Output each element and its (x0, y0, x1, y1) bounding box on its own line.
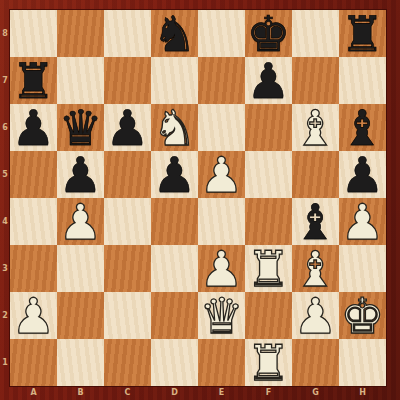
square-c1[interactable] (104, 339, 151, 386)
rank-label-8: 8 (0, 10, 10, 57)
square-g8[interactable] (292, 10, 339, 57)
square-g1[interactable] (292, 339, 339, 386)
white-king-h2[interactable]: ♚ (339, 292, 386, 339)
square-e7[interactable] (198, 57, 245, 104)
square-b8[interactable] (57, 10, 104, 57)
file-label-e: E (198, 385, 245, 399)
chessboard: ♞♚♜♜♟♟♛♟♞♝♝♟♟♟♟♟♝♟♟♜♝♟♛♟♚♜ (10, 10, 386, 386)
chessboard-frame: 87654321 ♞♚♜♜♟♟♛♟♞♝♝♟♟♟♟♟♝♟♟♜♝♟♛♟♚♜ ABCD… (0, 0, 400, 400)
square-h2[interactable]: ♚ (339, 292, 386, 339)
square-a7[interactable]: ♜ (10, 57, 57, 104)
rank-label-6: 6 (0, 104, 10, 151)
black-bishop-g4[interactable]: ♝ (292, 198, 339, 245)
rank-labels: 87654321 (0, 10, 10, 386)
file-labels: ABCDEFGH (10, 385, 386, 399)
white-knight-d6[interactable]: ♞ (151, 104, 198, 151)
square-h4[interactable]: ♟ (339, 198, 386, 245)
rank-label-3: 3 (0, 245, 10, 292)
file-label-c: C (104, 385, 151, 399)
square-c5[interactable] (104, 151, 151, 198)
black-pawn-h5[interactable]: ♟ (339, 151, 386, 198)
square-d1[interactable] (151, 339, 198, 386)
square-f3[interactable]: ♜ (245, 245, 292, 292)
square-a6[interactable]: ♟ (10, 104, 57, 151)
square-b3[interactable] (57, 245, 104, 292)
white-pawn-b4[interactable]: ♟ (57, 198, 104, 245)
square-d6[interactable]: ♞ (151, 104, 198, 151)
square-g5[interactable] (292, 151, 339, 198)
white-queen-e2[interactable]: ♛ (198, 292, 245, 339)
square-g2[interactable]: ♟ (292, 292, 339, 339)
white-bishop-g3[interactable]: ♝ (292, 245, 339, 292)
rank-label-5: 5 (0, 151, 10, 198)
square-h3[interactable] (339, 245, 386, 292)
square-a4[interactable] (10, 198, 57, 245)
square-b4[interactable]: ♟ (57, 198, 104, 245)
black-king-f8[interactable]: ♚ (245, 10, 292, 57)
file-label-h: H (339, 385, 386, 399)
square-a3[interactable] (10, 245, 57, 292)
black-knight-d8[interactable]: ♞ (151, 10, 198, 57)
white-pawn-e5[interactable]: ♟ (198, 151, 245, 198)
square-c3[interactable] (104, 245, 151, 292)
square-e1[interactable] (198, 339, 245, 386)
square-a5[interactable] (10, 151, 57, 198)
white-pawn-g2[interactable]: ♟ (292, 292, 339, 339)
square-d7[interactable] (151, 57, 198, 104)
square-f4[interactable] (245, 198, 292, 245)
square-e2[interactable]: ♛ (198, 292, 245, 339)
square-e3[interactable]: ♟ (198, 245, 245, 292)
file-label-f: F (245, 385, 292, 399)
square-f6[interactable] (245, 104, 292, 151)
black-pawn-d5[interactable]: ♟ (151, 151, 198, 198)
square-d3[interactable] (151, 245, 198, 292)
white-rook-f1[interactable]: ♜ (245, 339, 292, 386)
square-e4[interactable] (198, 198, 245, 245)
black-pawn-c6[interactable]: ♟ (104, 104, 151, 151)
black-bishop-h6[interactable]: ♝ (339, 104, 386, 151)
file-label-g: G (292, 385, 339, 399)
square-b6[interactable]: ♛ (57, 104, 104, 151)
rank-label-2: 2 (0, 292, 10, 339)
square-d4[interactable] (151, 198, 198, 245)
rank-label-4: 4 (0, 198, 10, 245)
square-e6[interactable] (198, 104, 245, 151)
square-c2[interactable] (104, 292, 151, 339)
square-f7[interactable]: ♟ (245, 57, 292, 104)
square-b7[interactable] (57, 57, 104, 104)
square-f5[interactable] (245, 151, 292, 198)
white-bishop-g6[interactable]: ♝ (292, 104, 339, 151)
black-queen-b6[interactable]: ♛ (57, 104, 104, 151)
square-c7[interactable] (104, 57, 151, 104)
white-pawn-h4[interactable]: ♟ (339, 198, 386, 245)
square-h5[interactable]: ♟ (339, 151, 386, 198)
black-rook-a7[interactable]: ♜ (10, 57, 57, 104)
square-c4[interactable] (104, 198, 151, 245)
square-b2[interactable] (57, 292, 104, 339)
black-pawn-a6[interactable]: ♟ (10, 104, 57, 151)
square-f8[interactable]: ♚ (245, 10, 292, 57)
square-e8[interactable] (198, 10, 245, 57)
square-a1[interactable] (10, 339, 57, 386)
white-pawn-e3[interactable]: ♟ (198, 245, 245, 292)
square-c8[interactable] (104, 10, 151, 57)
square-h1[interactable] (339, 339, 386, 386)
square-h7[interactable] (339, 57, 386, 104)
square-b5[interactable]: ♟ (57, 151, 104, 198)
square-d5[interactable]: ♟ (151, 151, 198, 198)
square-d8[interactable]: ♞ (151, 10, 198, 57)
rank-label-7: 7 (0, 57, 10, 104)
square-h6[interactable]: ♝ (339, 104, 386, 151)
square-g3[interactable]: ♝ (292, 245, 339, 292)
black-rook-h8[interactable]: ♜ (339, 10, 386, 57)
square-g7[interactable] (292, 57, 339, 104)
rank-label-1: 1 (0, 339, 10, 386)
square-e5[interactable]: ♟ (198, 151, 245, 198)
square-f2[interactable] (245, 292, 292, 339)
file-label-d: D (151, 385, 198, 399)
white-pawn-a2[interactable]: ♟ (10, 292, 57, 339)
square-h8[interactable]: ♜ (339, 10, 386, 57)
square-d2[interactable] (151, 292, 198, 339)
square-g4[interactable]: ♝ (292, 198, 339, 245)
square-g6[interactable]: ♝ (292, 104, 339, 151)
square-b1[interactable] (57, 339, 104, 386)
file-label-b: B (57, 385, 104, 399)
square-a2[interactable]: ♟ (10, 292, 57, 339)
square-f1[interactable]: ♜ (245, 339, 292, 386)
white-rook-f3[interactable]: ♜ (245, 245, 292, 292)
black-pawn-f7[interactable]: ♟ (245, 57, 292, 104)
black-pawn-b5[interactable]: ♟ (57, 151, 104, 198)
square-a8[interactable] (10, 10, 57, 57)
square-c6[interactable]: ♟ (104, 104, 151, 151)
file-label-a: A (10, 385, 57, 399)
